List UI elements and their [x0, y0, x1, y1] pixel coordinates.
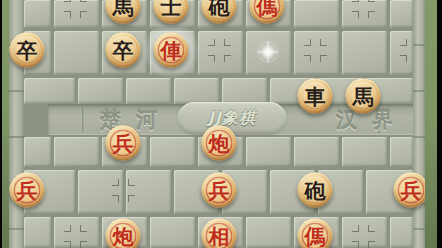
stone-tile: [294, 31, 339, 75]
stone-tile: [150, 217, 195, 248]
stone-tile: [246, 137, 291, 167]
point-mark: [304, 39, 311, 46]
piece-black-cannon[interactable]: 砲: [298, 173, 333, 208]
piece-glyph: 兵: [113, 133, 134, 154]
piece-face: 士: [158, 0, 185, 20]
point-mark: [320, 55, 327, 62]
piece-glyph: 砲: [305, 180, 326, 201]
piece-glyph: 馬: [113, 0, 134, 17]
piece-red-pawn[interactable]: 兵: [106, 126, 141, 161]
brick-joint: [82, 106, 85, 133]
piece-black-chariot[interactable]: 車: [298, 79, 333, 114]
stone-tile: [390, 137, 413, 167]
point-mark: [352, 11, 359, 18]
piece-face: 兵: [110, 130, 137, 157]
piece-glyph: 車: [305, 86, 326, 107]
letterbox-right: [437, 0, 442, 248]
piece-glyph: 炮: [209, 133, 230, 154]
stone-tile: [78, 170, 123, 214]
piece-face: 馬: [350, 83, 377, 110]
piece-face: 炮: [206, 130, 233, 157]
piece-face: 卒: [110, 37, 137, 64]
point-mark: [112, 179, 119, 186]
table-margin-right: [425, 0, 437, 248]
point-mark: [304, 55, 311, 62]
game-screen: 楚河 汉界 JJ象棋 馬士砲傌卒卒俥車馬兵炮兵兵砲兵炮相傌: [0, 0, 442, 248]
point-mark: [80, 0, 87, 2]
point-mark: [80, 241, 87, 248]
stone-tile: [54, 217, 99, 248]
piece-face: 炮: [110, 223, 137, 248]
point-mark: [368, 11, 375, 18]
point-mark: [400, 55, 407, 62]
piece-glyph: 卒: [17, 40, 38, 61]
piece-face: 卒: [14, 37, 41, 64]
piece-face: 砲: [206, 0, 233, 20]
piece-face: 傌: [254, 0, 281, 20]
piece-face: 兵: [206, 177, 233, 204]
point-mark: [352, 225, 359, 232]
point-mark: [368, 241, 375, 248]
sparkle-effect: [257, 41, 279, 63]
stone-tile: [390, 217, 413, 248]
piece-red-pawn[interactable]: 兵: [10, 173, 45, 208]
point-mark: [352, 241, 359, 248]
stone-tile: [342, 31, 387, 75]
point-mark: [368, 0, 375, 2]
point-mark: [64, 241, 71, 248]
stone-tile: [222, 78, 267, 104]
piece-glyph: 兵: [401, 180, 422, 201]
piece-glyph: 傌: [257, 0, 278, 17]
piece-glyph: 傌: [305, 226, 326, 247]
xiangqi-board[interactable]: 楚河 汉界 JJ象棋 馬士砲傌卒卒俥車馬兵炮兵兵砲兵炮相傌: [24, 0, 413, 248]
piece-black-pawn[interactable]: 卒: [106, 33, 141, 68]
point-mark: [80, 225, 87, 232]
stone-tile: [390, 31, 413, 75]
table-margin-left: [2, 0, 9, 248]
stone-tile: [342, 137, 387, 167]
point-mark: [208, 39, 215, 46]
piece-face: 兵: [398, 177, 425, 204]
stone-tile: [54, 0, 99, 28]
letterbox-left: [0, 0, 2, 248]
stone-tile: [126, 170, 171, 214]
point-mark: [128, 195, 135, 202]
stone-tile: [294, 0, 339, 28]
point-mark: [128, 179, 135, 186]
point-mark: [64, 225, 71, 232]
stone-tile: [174, 78, 219, 104]
piece-glyph: 相: [209, 226, 230, 247]
stone-tile: [24, 78, 75, 104]
piece-face: 馬: [110, 0, 137, 20]
piece-black-pawn[interactable]: 卒: [10, 33, 45, 68]
piece-glyph: 炮: [113, 226, 134, 247]
stone-tile: [390, 0, 413, 28]
piece-glyph: 兵: [209, 180, 230, 201]
point-mark: [224, 39, 231, 46]
piece-glyph: 兵: [17, 180, 38, 201]
point-mark: [352, 0, 359, 2]
point-mark: [64, 0, 71, 2]
stone-tile: [78, 78, 123, 104]
point-mark: [112, 195, 119, 202]
stone-tile: [342, 217, 387, 248]
piece-black-horse[interactable]: 馬: [346, 79, 381, 114]
piece-red-horse[interactable]: 傌: [298, 219, 333, 248]
piece-face: 兵: [14, 177, 41, 204]
piece-glyph: 士: [161, 0, 182, 17]
piece-glyph: 卒: [113, 40, 134, 61]
stone-tile: [126, 78, 171, 104]
piece-glyph: 馬: [353, 86, 374, 107]
stone-tile: [24, 137, 51, 167]
board-rail-right: [413, 0, 425, 248]
point-mark: [80, 11, 87, 18]
piece-red-chariot[interactable]: 俥: [154, 33, 189, 68]
stone-tile: [342, 0, 387, 28]
point-mark: [368, 225, 375, 232]
piece-red-pawn[interactable]: 兵: [394, 173, 429, 208]
stone-tile: [54, 137, 99, 167]
stone-tile: [246, 217, 291, 248]
stone-tile: [24, 217, 51, 248]
piece-face: 砲: [302, 177, 329, 204]
point-mark: [320, 39, 327, 46]
stone-tile: [54, 31, 99, 75]
piece-red-pawn[interactable]: 兵: [202, 173, 237, 208]
point-mark: [64, 11, 71, 18]
piece-red-cannon[interactable]: 炮: [106, 219, 141, 248]
piece-face: 相: [206, 223, 233, 248]
point-mark: [208, 55, 215, 62]
piece-glyph: 砲: [209, 0, 230, 17]
point-mark: [400, 39, 407, 46]
stone-tile: [294, 137, 339, 167]
piece-face: 車: [302, 83, 329, 110]
piece-red-elephant[interactable]: 相: [202, 219, 237, 248]
piece-red-cannon[interactable]: 炮: [202, 126, 237, 161]
point-mark: [224, 55, 231, 62]
app-logo-pill: JJ象棋: [178, 102, 286, 134]
piece-face: 俥: [158, 37, 185, 64]
stone-tile: [24, 0, 51, 28]
stone-tile: [198, 31, 243, 75]
piece-face: 傌: [302, 223, 329, 248]
stone-tile: [150, 137, 195, 167]
piece-glyph: 俥: [161, 40, 182, 61]
